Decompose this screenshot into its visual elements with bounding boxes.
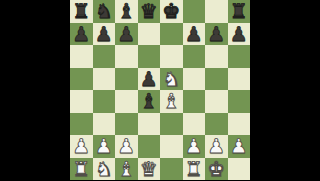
square-d8[interactable]: ♛ xyxy=(138,0,161,23)
square-e2[interactable] xyxy=(160,135,183,158)
square-b6[interactable] xyxy=(93,45,116,68)
square-f5[interactable] xyxy=(183,68,206,91)
piece-white-knight[interactable]: ♞ xyxy=(95,158,113,180)
square-d7[interactable] xyxy=(138,23,161,46)
square-b4[interactable] xyxy=(93,90,116,113)
piece-black-queen[interactable]: ♛ xyxy=(140,0,158,22)
square-g5[interactable] xyxy=(205,68,228,91)
piece-white-rook[interactable]: ♜ xyxy=(72,158,90,180)
square-b3[interactable] xyxy=(93,113,116,136)
square-c2[interactable]: ♟ xyxy=(115,135,138,158)
piece-white-pawn[interactable]: ♟ xyxy=(185,135,203,157)
square-h2[interactable]: ♟ xyxy=(228,135,251,158)
piece-white-king[interactable]: ♚ xyxy=(207,158,225,180)
square-e4[interactable]: ♝ xyxy=(160,90,183,113)
square-a2[interactable]: ♟ xyxy=(70,135,93,158)
square-g1[interactable]: ♚ xyxy=(205,158,228,181)
square-a1[interactable]: ♜ xyxy=(70,158,93,181)
square-c7[interactable]: ♟ xyxy=(115,23,138,46)
square-f1[interactable]: ♜ xyxy=(183,158,206,181)
piece-black-rook[interactable]: ♜ xyxy=(72,0,90,22)
square-b2[interactable]: ♟ xyxy=(93,135,116,158)
piece-white-pawn[interactable]: ♟ xyxy=(117,135,135,157)
square-c3[interactable] xyxy=(115,113,138,136)
square-e8[interactable]: ♚ xyxy=(160,0,183,23)
piece-black-king[interactable]: ♚ xyxy=(162,0,180,22)
square-f6[interactable] xyxy=(183,45,206,68)
square-f3[interactable] xyxy=(183,113,206,136)
square-f2[interactable]: ♟ xyxy=(183,135,206,158)
piece-black-rook[interactable]: ♜ xyxy=(230,0,248,22)
piece-white-bishop[interactable]: ♝ xyxy=(162,90,180,112)
letterbox-left xyxy=(0,0,70,180)
square-g4[interactable] xyxy=(205,90,228,113)
square-g8[interactable] xyxy=(205,0,228,23)
square-d5[interactable]: ♟ xyxy=(138,68,161,91)
square-b7[interactable]: ♟ xyxy=(93,23,116,46)
square-c8[interactable]: ♝ xyxy=(115,0,138,23)
piece-black-pawn[interactable]: ♟ xyxy=(230,23,248,45)
piece-black-knight[interactable]: ♞ xyxy=(95,0,113,22)
square-g2[interactable]: ♟ xyxy=(205,135,228,158)
square-a6[interactable] xyxy=(70,45,93,68)
square-f8[interactable] xyxy=(183,0,206,23)
piece-black-bishop[interactable]: ♝ xyxy=(117,0,135,22)
piece-white-queen[interactable]: ♛ xyxy=(140,158,158,180)
square-b5[interactable] xyxy=(93,68,116,91)
square-g3[interactable] xyxy=(205,113,228,136)
letterbox-right xyxy=(250,0,320,180)
square-h4[interactable] xyxy=(228,90,251,113)
square-a4[interactable] xyxy=(70,90,93,113)
square-a5[interactable] xyxy=(70,68,93,91)
square-a7[interactable]: ♟ xyxy=(70,23,93,46)
piece-white-pawn[interactable]: ♟ xyxy=(207,135,225,157)
piece-white-rook[interactable]: ♜ xyxy=(185,158,203,180)
square-e5[interactable]: ♞ xyxy=(160,68,183,91)
square-c5[interactable] xyxy=(115,68,138,91)
square-e7[interactable] xyxy=(160,23,183,46)
square-d1[interactable]: ♛ xyxy=(138,158,161,181)
square-a3[interactable] xyxy=(70,113,93,136)
piece-white-pawn[interactable]: ♟ xyxy=(72,135,90,157)
square-c4[interactable] xyxy=(115,90,138,113)
square-g6[interactable] xyxy=(205,45,228,68)
square-h6[interactable] xyxy=(228,45,251,68)
square-c1[interactable]: ♝ xyxy=(115,158,138,181)
piece-white-pawn[interactable]: ♟ xyxy=(230,135,248,157)
square-h1[interactable] xyxy=(228,158,251,181)
piece-black-pawn[interactable]: ♟ xyxy=(140,68,158,90)
square-h7[interactable]: ♟ xyxy=(228,23,251,46)
square-f4[interactable] xyxy=(183,90,206,113)
piece-black-bishop[interactable]: ♝ xyxy=(140,90,158,112)
piece-black-pawn[interactable]: ♟ xyxy=(185,23,203,45)
square-h5[interactable] xyxy=(228,68,251,91)
square-h8[interactable]: ♜ xyxy=(228,0,251,23)
square-c6[interactable] xyxy=(115,45,138,68)
piece-black-pawn[interactable]: ♟ xyxy=(95,23,113,45)
square-d2[interactable] xyxy=(138,135,161,158)
square-h3[interactable] xyxy=(228,113,251,136)
piece-black-pawn[interactable]: ♟ xyxy=(207,23,225,45)
square-f7[interactable]: ♟ xyxy=(183,23,206,46)
chess-board: ♜♞♝♛♚♜♟♟♟♟♟♟♟♞♝♝♟♟♟♟♟♟♜♞♝♛♜♚ xyxy=(70,0,250,180)
square-e1[interactable] xyxy=(160,158,183,181)
square-d4[interactable]: ♝ xyxy=(138,90,161,113)
square-d3[interactable] xyxy=(138,113,161,136)
square-e3[interactable] xyxy=(160,113,183,136)
square-e6[interactable] xyxy=(160,45,183,68)
piece-white-bishop[interactable]: ♝ xyxy=(117,158,135,180)
square-b8[interactable]: ♞ xyxy=(93,0,116,23)
square-d6[interactable] xyxy=(138,45,161,68)
piece-white-pawn[interactable]: ♟ xyxy=(95,135,113,157)
square-b1[interactable]: ♞ xyxy=(93,158,116,181)
square-a8[interactable]: ♜ xyxy=(70,0,93,23)
piece-white-knight[interactable]: ♞ xyxy=(162,68,180,90)
piece-black-pawn[interactable]: ♟ xyxy=(117,23,135,45)
piece-black-pawn[interactable]: ♟ xyxy=(72,23,90,45)
square-g7[interactable]: ♟ xyxy=(205,23,228,46)
app-window: ♜♞♝♛♚♜♟♟♟♟♟♟♟♞♝♝♟♟♟♟♟♟♜♞♝♛♜♚ xyxy=(0,0,320,180)
